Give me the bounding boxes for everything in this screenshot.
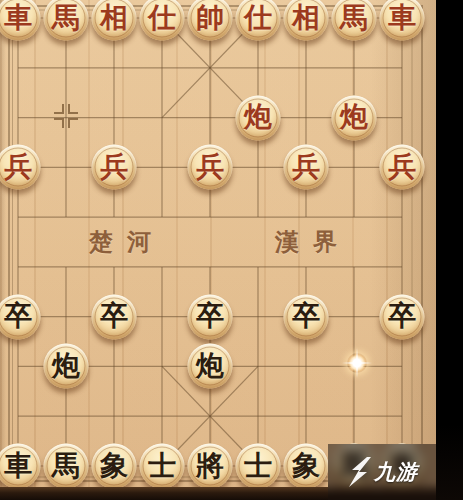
piece-glyph: 仕 <box>244 3 272 31</box>
river-label-chu-he: 楚河 <box>75 226 165 258</box>
piece-black-soldier[interactable]: 卒 <box>380 294 425 339</box>
piece-glyph: 炮 <box>52 351 80 379</box>
piece-black-cannon[interactable]: 炮 <box>44 344 89 389</box>
piece-black-elephant[interactable]: 象 <box>92 444 137 489</box>
piece-black-general[interactable]: 將 <box>188 444 233 489</box>
xiangqi-board[interactable]: 楚河 漢界 車馬相仕帥仕相馬車炮炮兵兵兵兵兵卒卒卒卒卒炮炮車馬象士將士象馬車 <box>0 0 463 500</box>
piece-black-advisor[interactable]: 士 <box>236 444 281 489</box>
piece-glyph: 兵 <box>4 152 32 180</box>
game-screen: 楚河 漢界 車馬相仕帥仕相馬車炮炮兵兵兵兵兵卒卒卒卒卒炮炮車馬象士將士象馬車 九… <box>0 0 463 500</box>
piece-black-soldier[interactable]: 卒 <box>188 294 233 339</box>
piece-glyph: 士 <box>244 451 272 479</box>
piece-glyph: 卒 <box>100 302 128 330</box>
piece-glyph: 相 <box>100 3 128 31</box>
piece-glyph: 炮 <box>340 103 368 131</box>
piece-glyph: 帥 <box>196 3 224 31</box>
piece-glyph: 相 <box>292 3 320 31</box>
piece-glyph: 兵 <box>196 152 224 180</box>
sparkle-icon <box>347 353 367 373</box>
piece-glyph: 卒 <box>196 302 224 330</box>
piece-glyph: 卒 <box>4 302 32 330</box>
piece-glyph: 車 <box>4 451 32 479</box>
piece-glyph: 車 <box>4 3 32 31</box>
point-marker-icon <box>54 104 78 128</box>
piece-glyph: 將 <box>196 451 224 479</box>
watermark-text: 九游 <box>374 458 418 486</box>
piece-glyph: 卒 <box>292 302 320 330</box>
right-black-bar <box>436 0 463 500</box>
piece-glyph: 士 <box>148 451 176 479</box>
board-grid <box>0 0 463 500</box>
piece-red-soldier[interactable]: 兵 <box>92 145 137 190</box>
piece-glyph: 卒 <box>388 302 416 330</box>
piece-glyph: 炮 <box>244 103 272 131</box>
piece-black-horse[interactable]: 馬 <box>44 444 89 489</box>
piece-red-soldier[interactable]: 兵 <box>188 145 233 190</box>
piece-glyph: 兵 <box>100 152 128 180</box>
piece-black-cannon[interactable]: 炮 <box>188 344 233 389</box>
piece-glyph: 馬 <box>52 451 80 479</box>
piece-red-soldier[interactable]: 兵 <box>380 145 425 190</box>
river-label-han-jie: 漢界 <box>261 226 351 258</box>
piece-glyph: 象 <box>292 451 320 479</box>
piece-glyph: 兵 <box>388 152 416 180</box>
piece-black-soldier[interactable]: 卒 <box>92 294 137 339</box>
piece-glyph: 兵 <box>292 152 320 180</box>
piece-glyph: 象 <box>100 451 128 479</box>
piece-black-advisor[interactable]: 士 <box>140 444 185 489</box>
piece-glyph: 車 <box>388 3 416 31</box>
piece-red-cannon[interactable]: 炮 <box>236 95 281 140</box>
jiuyou-logo-icon <box>347 456 371 488</box>
piece-glyph: 馬 <box>340 3 368 31</box>
piece-red-soldier[interactable]: 兵 <box>284 145 329 190</box>
piece-red-cannon[interactable]: 炮 <box>332 95 377 140</box>
piece-glyph: 仕 <box>148 3 176 31</box>
piece-glyph: 馬 <box>52 3 80 31</box>
watermark-overlay: 九游 <box>328 444 437 500</box>
piece-black-elephant[interactable]: 象 <box>284 444 329 489</box>
piece-glyph: 炮 <box>196 351 224 379</box>
piece-black-soldier[interactable]: 卒 <box>284 294 329 339</box>
